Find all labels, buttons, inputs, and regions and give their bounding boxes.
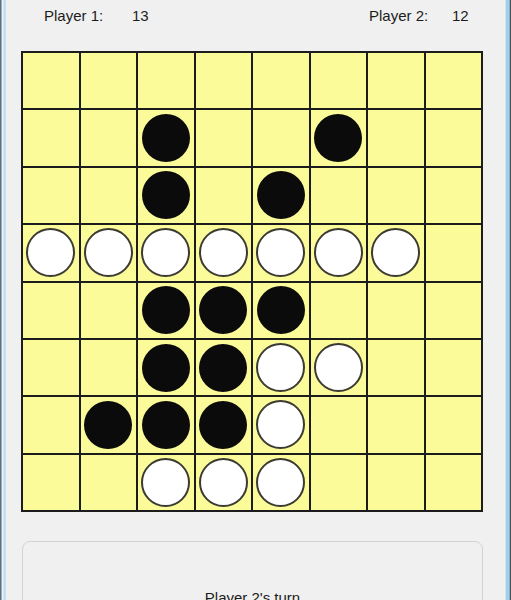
board-cell-r3c3[interactable]: ● bbox=[138, 168, 194, 223]
board-cell-r7c8[interactable] bbox=[426, 397, 482, 452]
player1-score: 13 bbox=[132, 7, 149, 24]
board-cell-r8c8[interactable] bbox=[426, 455, 482, 510]
board-cell-r5c6[interactable] bbox=[311, 283, 367, 338]
white-disc: ○ bbox=[256, 228, 305, 277]
board: ●●●●○○○○○○○●●●●●○○●●●○○○○ bbox=[21, 51, 483, 512]
board-cell-r1c4[interactable] bbox=[196, 53, 252, 108]
board-cell-r3c7[interactable] bbox=[368, 168, 424, 223]
board-cell-r7c5[interactable]: ○ bbox=[253, 397, 309, 452]
board-cell-r5c8[interactable] bbox=[426, 283, 482, 338]
black-disc: ● bbox=[142, 286, 190, 334]
black-disc: ● bbox=[257, 286, 305, 334]
board-cell-r6c1[interactable] bbox=[23, 340, 79, 395]
board-cell-r7c2[interactable]: ● bbox=[81, 397, 137, 452]
board-cell-r6c4[interactable]: ● bbox=[196, 340, 252, 395]
board-cell-r1c1[interactable] bbox=[23, 53, 79, 108]
white-disc: ○ bbox=[256, 400, 305, 449]
white-disc: ○ bbox=[314, 228, 363, 277]
board-cell-r3c8[interactable] bbox=[426, 168, 482, 223]
status-panel: Player 2's turn bbox=[22, 541, 483, 600]
board-cell-r5c1[interactable] bbox=[23, 283, 79, 338]
board-cell-r4c4[interactable]: ○ bbox=[196, 225, 252, 280]
board-cell-r7c7[interactable] bbox=[368, 397, 424, 452]
board-cell-r2c8[interactable] bbox=[426, 110, 482, 165]
board-cell-r5c5[interactable]: ● bbox=[253, 283, 309, 338]
board-cell-r5c7[interactable] bbox=[368, 283, 424, 338]
board-cell-r6c7[interactable] bbox=[368, 340, 424, 395]
black-disc: ● bbox=[142, 114, 190, 162]
board-cell-r4c3[interactable]: ○ bbox=[138, 225, 194, 280]
board-cell-r2c4[interactable] bbox=[196, 110, 252, 165]
white-disc: ○ bbox=[199, 228, 248, 277]
board-cell-r5c4[interactable]: ● bbox=[196, 283, 252, 338]
white-disc: ○ bbox=[314, 343, 363, 392]
board-cell-r2c1[interactable] bbox=[23, 110, 79, 165]
board-cell-r2c2[interactable] bbox=[81, 110, 137, 165]
board-cell-r7c3[interactable]: ● bbox=[138, 397, 194, 452]
board-cell-r2c3[interactable]: ● bbox=[138, 110, 194, 165]
player2-score: 12 bbox=[452, 7, 469, 24]
board-cell-r6c3[interactable]: ● bbox=[138, 340, 194, 395]
board-cell-r3c6[interactable] bbox=[311, 168, 367, 223]
board-cell-r1c2[interactable] bbox=[81, 53, 137, 108]
white-disc: ○ bbox=[256, 458, 305, 507]
white-disc: ○ bbox=[84, 228, 133, 277]
board-cell-r8c6[interactable] bbox=[311, 455, 367, 510]
board-cell-r1c5[interactable] bbox=[253, 53, 309, 108]
white-disc: ○ bbox=[141, 458, 190, 507]
board-cell-r6c8[interactable] bbox=[426, 340, 482, 395]
board-cell-r8c5[interactable]: ○ bbox=[253, 455, 309, 510]
board-cell-r7c6[interactable] bbox=[311, 397, 367, 452]
board-cell-r1c7[interactable] bbox=[368, 53, 424, 108]
window-border-right bbox=[505, 0, 511, 600]
board-cell-r4c1[interactable]: ○ bbox=[23, 225, 79, 280]
board-cell-r7c1[interactable] bbox=[23, 397, 79, 452]
board-cell-r6c6[interactable]: ○ bbox=[311, 340, 367, 395]
board-cell-r5c2[interactable] bbox=[81, 283, 137, 338]
black-disc: ● bbox=[142, 171, 190, 219]
black-disc: ● bbox=[199, 401, 247, 449]
board-cell-r3c4[interactable] bbox=[196, 168, 252, 223]
board-cell-r4c2[interactable]: ○ bbox=[81, 225, 137, 280]
black-disc: ● bbox=[314, 114, 362, 162]
black-disc: ● bbox=[142, 344, 190, 392]
black-disc: ● bbox=[199, 286, 247, 334]
white-disc: ○ bbox=[256, 343, 305, 392]
board-cell-r1c6[interactable] bbox=[311, 53, 367, 108]
board-cell-r5c3[interactable]: ● bbox=[138, 283, 194, 338]
board-cell-r4c7[interactable]: ○ bbox=[368, 225, 424, 280]
board-cell-r6c5[interactable]: ○ bbox=[253, 340, 309, 395]
white-disc: ○ bbox=[26, 228, 75, 277]
board-cell-r6c2[interactable] bbox=[81, 340, 137, 395]
board-cell-r2c5[interactable] bbox=[253, 110, 309, 165]
black-disc: ● bbox=[257, 171, 305, 219]
black-disc: ● bbox=[84, 401, 132, 449]
window-border-left bbox=[0, 0, 6, 600]
board-cell-r4c5[interactable]: ○ bbox=[253, 225, 309, 280]
board-cell-r4c6[interactable]: ○ bbox=[311, 225, 367, 280]
board-cell-r2c7[interactable] bbox=[368, 110, 424, 165]
black-disc: ● bbox=[199, 344, 247, 392]
black-disc: ● bbox=[142, 401, 190, 449]
board-cell-r4c8[interactable] bbox=[426, 225, 482, 280]
white-disc: ○ bbox=[371, 228, 420, 277]
board-cell-r1c3[interactable] bbox=[138, 53, 194, 108]
board-cell-r3c1[interactable] bbox=[23, 168, 79, 223]
player1-label: Player 1: bbox=[44, 7, 103, 24]
board-cell-r3c2[interactable] bbox=[81, 168, 137, 223]
white-disc: ○ bbox=[199, 458, 248, 507]
board-cell-r2c6[interactable]: ● bbox=[311, 110, 367, 165]
board-cell-r8c7[interactable] bbox=[368, 455, 424, 510]
board-cell-r8c2[interactable] bbox=[81, 455, 137, 510]
turn-status-text: Player 2's turn bbox=[23, 589, 482, 600]
white-disc: ○ bbox=[141, 228, 190, 277]
board-cell-r8c1[interactable] bbox=[23, 455, 79, 510]
board-cell-r1c8[interactable] bbox=[426, 53, 482, 108]
board-cell-r8c4[interactable]: ○ bbox=[196, 455, 252, 510]
board-cell-r3c5[interactable]: ● bbox=[253, 168, 309, 223]
board-cell-r7c4[interactable]: ● bbox=[196, 397, 252, 452]
board-cell-r8c3[interactable]: ○ bbox=[138, 455, 194, 510]
player2-label: Player 2: bbox=[369, 7, 428, 24]
